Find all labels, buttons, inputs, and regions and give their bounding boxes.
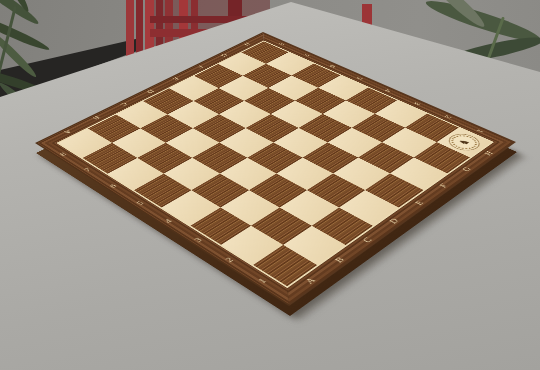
scene: ♞ AA11BB22CC33DD44EE55FF66GG77HH88	[0, 0, 540, 370]
red-bar	[126, 0, 134, 62]
